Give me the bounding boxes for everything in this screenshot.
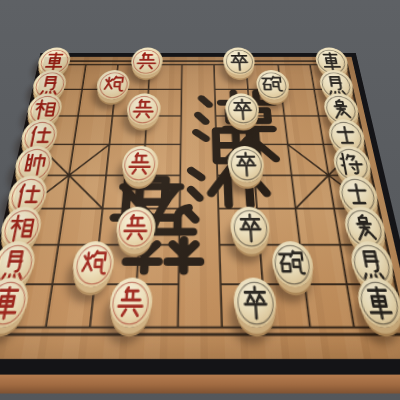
glyph-pawn-icon [233, 151, 260, 176]
glyph-horse-icon [36, 74, 62, 95]
glyph-pawn-icon [228, 52, 251, 71]
piece-black-pawn[interactable] [233, 278, 278, 328]
glyph-general-icon [19, 151, 49, 176]
glyph-general-icon [337, 151, 367, 176]
piece-red-cannon[interactable] [95, 70, 131, 100]
piece-red-soldier[interactable] [114, 207, 156, 250]
glyph-advisor-icon [332, 124, 361, 148]
piece-red-cannon[interactable] [70, 241, 115, 287]
glyph-cannon-icon [277, 247, 309, 279]
piece-black-pawn[interactable] [227, 146, 265, 182]
glyph-advisor-icon [12, 181, 43, 208]
piece-red-soldier[interactable] [130, 48, 163, 76]
glyph-chariot-icon [41, 52, 67, 71]
piece-red-soldier[interactable] [125, 93, 160, 125]
glyph-elephant-icon [327, 98, 355, 120]
glyph-chariot-icon [319, 52, 345, 71]
glyph-advisor-icon [25, 124, 54, 148]
piece-red-soldier[interactable] [120, 146, 158, 182]
glyph-elephant-icon [5, 213, 38, 243]
glyph-elephant-icon [31, 98, 59, 120]
glyph-soldier-icon [126, 151, 153, 176]
piece-black-pawn[interactable] [223, 48, 256, 76]
glyph-soldier-icon [121, 213, 150, 243]
piece-black-chariot[interactable] [354, 278, 400, 328]
glyph-pawn-icon [230, 98, 255, 120]
glyph-chariot-icon [0, 285, 24, 320]
glyph-soldier-icon [131, 98, 156, 120]
piece-red-soldier[interactable] [107, 278, 152, 328]
xiangqi-scene [0, 0, 400, 400]
piece-red-chariot[interactable] [0, 278, 32, 328]
piece-black-pawn[interactable] [230, 207, 272, 250]
pieces-layer [0, 57, 400, 359]
xiangqi-board[interactable] [0, 53, 400, 375]
glyph-cannon-icon [260, 74, 285, 95]
glyph-soldier-icon [135, 52, 158, 71]
piece-black-cannon[interactable] [270, 241, 315, 287]
glyph-pawn-icon [239, 285, 270, 320]
glyph-horse-icon [323, 74, 349, 95]
glyph-cannon-icon [101, 74, 126, 95]
glyph-soldier-icon [115, 285, 146, 320]
glyph-cannon-icon [77, 247, 109, 279]
piece-black-cannon[interactable] [255, 70, 291, 100]
piece-black-pawn[interactable] [225, 93, 260, 125]
glyph-pawn-icon [236, 213, 265, 243]
